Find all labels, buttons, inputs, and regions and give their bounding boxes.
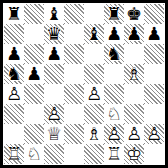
- square-h3[interactable]: [144, 104, 164, 124]
- square-h5[interactable]: [144, 64, 164, 84]
- white-pawn-fill-icon: ♟: [4, 84, 24, 104]
- square-f6[interactable]: ♞: [104, 44, 124, 64]
- black-knight-icon: ♞: [104, 44, 124, 64]
- square-c3[interactable]: ♟♙: [44, 104, 64, 124]
- white-pawn-fill-icon: ♟: [104, 124, 124, 144]
- black-bishop-icon: ♝: [84, 24, 104, 44]
- white-pawn-icon: ♙: [84, 84, 104, 104]
- black-rook-icon: ♜: [4, 4, 24, 24]
- square-c1[interactable]: [44, 144, 64, 164]
- white-knight-fill-icon: ♞: [24, 144, 44, 164]
- square-d5[interactable]: [64, 64, 84, 84]
- white-knight-fill-icon: ♞: [104, 104, 124, 124]
- white-pawn-icon: ♙: [4, 84, 24, 104]
- square-d8[interactable]: [64, 4, 84, 24]
- white-pawn-fill-icon: ♟: [124, 124, 144, 144]
- black-bishop-icon: ♝: [44, 4, 64, 24]
- square-e7[interactable]: ♝: [84, 24, 104, 44]
- square-f3[interactable]: ♞♘: [104, 104, 124, 124]
- square-a8[interactable]: ♜: [4, 4, 24, 24]
- square-e8[interactable]: [84, 4, 104, 24]
- square-f2[interactable]: ♟♙: [104, 124, 124, 144]
- square-c8[interactable]: ♝: [44, 4, 64, 24]
- square-e1[interactable]: [84, 144, 104, 164]
- white-bishop-fill-icon: ♝: [84, 124, 104, 144]
- black-king-icon: ♚: [124, 4, 144, 24]
- square-c4[interactable]: [44, 84, 64, 104]
- square-g8[interactable]: ♚: [124, 4, 144, 24]
- square-f8[interactable]: ♜: [104, 4, 124, 24]
- square-e4[interactable]: ♟♙: [84, 84, 104, 104]
- square-h4[interactable]: [144, 84, 164, 104]
- square-b5[interactable]: ♟: [24, 64, 44, 84]
- square-g3[interactable]: [124, 104, 144, 124]
- white-pawn-fill-icon: ♟: [44, 104, 64, 124]
- white-king-fill-icon: ♚: [124, 144, 144, 164]
- black-pawn-icon: ♟: [24, 64, 44, 84]
- square-d2[interactable]: [64, 124, 84, 144]
- square-f4[interactable]: [104, 84, 124, 104]
- square-h2[interactable]: ♟♙: [144, 124, 164, 144]
- square-h7[interactable]: ♟: [144, 24, 164, 44]
- white-pawn-icon: ♙: [124, 124, 144, 144]
- white-pawn-icon: ♙: [44, 104, 64, 124]
- square-f1[interactable]: ♜♖: [104, 144, 124, 164]
- square-d3[interactable]: [64, 104, 84, 124]
- square-b6[interactable]: [24, 44, 44, 64]
- white-knight-icon: ♘: [24, 144, 44, 164]
- square-b1[interactable]: ♞♘: [24, 144, 44, 164]
- white-rook-icon: ♖: [104, 144, 124, 164]
- square-c6[interactable]: ♟: [44, 44, 64, 64]
- square-h8[interactable]: [144, 4, 164, 24]
- square-b3[interactable]: [24, 104, 44, 124]
- square-g6[interactable]: [124, 44, 144, 64]
- square-f5[interactable]: [104, 64, 124, 84]
- square-g4[interactable]: [124, 84, 144, 104]
- square-d6[interactable]: [64, 44, 84, 64]
- square-d7[interactable]: [64, 24, 84, 44]
- white-rook-fill-icon: ♜: [104, 144, 124, 164]
- black-pawn-icon: ♟: [4, 44, 24, 64]
- white-pawn-icon: ♙: [104, 124, 124, 144]
- black-pawn-icon: ♟: [104, 24, 124, 44]
- square-e2[interactable]: ♝♗: [84, 124, 104, 144]
- white-bishop-icon: ♗: [124, 64, 144, 84]
- white-bishop-icon: ♗: [84, 124, 104, 144]
- square-a2[interactable]: [4, 124, 24, 144]
- black-pawn-icon: ♟: [124, 24, 144, 44]
- white-knight-icon: ♘: [104, 104, 124, 124]
- square-d1[interactable]: [64, 144, 84, 164]
- black-queen-icon: ♛: [44, 24, 64, 44]
- square-e6[interactable]: [84, 44, 104, 64]
- white-king-icon: ♔: [124, 144, 144, 164]
- chess-board: ♜♝♜♚♛♝♟♟♟♟♟♞♞♟♝♗♟♙♟♙♟♙♞♘♛♕♝♗♟♙♟♙♟♙♜♖♞♘♜♖…: [4, 4, 164, 164]
- square-c7[interactable]: ♛: [44, 24, 64, 44]
- square-d4[interactable]: [64, 84, 84, 104]
- square-g7[interactable]: ♟: [124, 24, 144, 44]
- square-h1[interactable]: [144, 144, 164, 164]
- board-frame: ♜♝♜♚♛♝♟♟♟♟♟♞♞♟♝♗♟♙♟♙♟♙♞♘♛♕♝♗♟♙♟♙♟♙♜♖♞♘♜♖…: [0, 0, 168, 168]
- square-g5[interactable]: ♝♗: [124, 64, 144, 84]
- white-pawn-fill-icon: ♟: [84, 84, 104, 104]
- square-a5[interactable]: ♞: [4, 64, 24, 84]
- white-bishop-fill-icon: ♝: [124, 64, 144, 84]
- square-b8[interactable]: [24, 4, 44, 24]
- square-a7[interactable]: [4, 24, 24, 44]
- square-h6[interactable]: [144, 44, 164, 64]
- black-pawn-icon: ♟: [144, 24, 164, 44]
- square-c5[interactable]: [44, 64, 64, 84]
- white-rook-fill-icon: ♜: [4, 144, 24, 164]
- white-queen-icon: ♕: [44, 124, 64, 144]
- square-c2[interactable]: ♛♕: [44, 124, 64, 144]
- square-b2[interactable]: [24, 124, 44, 144]
- square-g1[interactable]: ♚♔: [124, 144, 144, 164]
- square-f7[interactable]: ♟: [104, 24, 124, 44]
- white-rook-icon: ♖: [4, 144, 24, 164]
- square-g2[interactable]: ♟♙: [124, 124, 144, 144]
- white-queen-fill-icon: ♛: [44, 124, 64, 144]
- white-pawn-icon: ♙: [144, 124, 164, 144]
- white-pawn-fill-icon: ♟: [144, 124, 164, 144]
- square-a3[interactable]: [4, 104, 24, 124]
- square-b7[interactable]: [24, 24, 44, 44]
- square-a6[interactable]: ♟: [4, 44, 24, 64]
- square-b4[interactable]: [24, 84, 44, 104]
- black-pawn-icon: ♟: [44, 44, 64, 64]
- square-e3[interactable]: [84, 104, 104, 124]
- square-e5[interactable]: [84, 64, 104, 84]
- square-a1[interactable]: ♜♖: [4, 144, 24, 164]
- black-rook-icon: ♜: [104, 4, 124, 24]
- black-knight-icon: ♞: [4, 64, 24, 84]
- square-a4[interactable]: ♟♙: [4, 84, 24, 104]
